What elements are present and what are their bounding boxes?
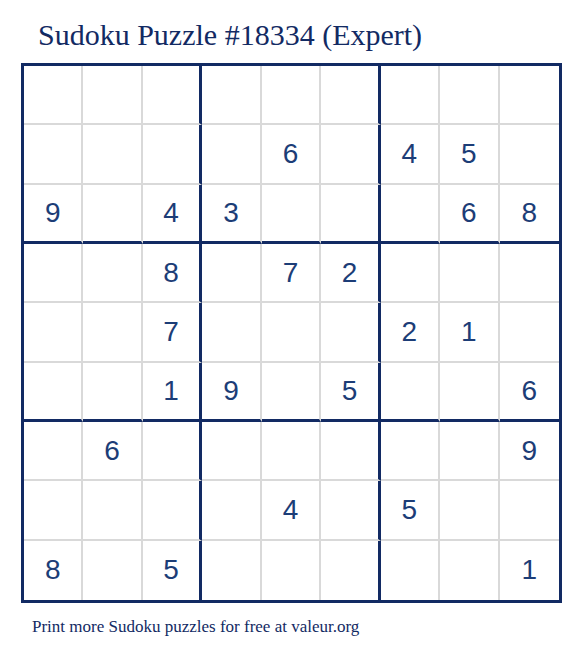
footer-text: Print more Sudoku puzzles for free at va… — [32, 617, 359, 637]
cell-r1c6 — [321, 66, 380, 125]
cell-r5c7: 2 — [381, 303, 440, 362]
cell-r1c5 — [262, 66, 321, 125]
cell-r3c3: 4 — [143, 185, 202, 244]
cell-r9c8 — [440, 541, 499, 600]
cell-r7c6 — [321, 422, 380, 481]
cell-r6c7 — [381, 363, 440, 422]
cell-r4c1 — [24, 244, 83, 303]
cell-r4c9 — [500, 244, 559, 303]
cell-r7c5 — [262, 422, 321, 481]
cell-r6c4: 9 — [202, 363, 261, 422]
cell-r2c2 — [83, 125, 142, 184]
cell-r3c8: 6 — [440, 185, 499, 244]
cell-r6c3: 1 — [143, 363, 202, 422]
sudoku-page: Sudoku Puzzle #18334 (Expert) 6459436887… — [0, 0, 580, 651]
cell-r1c4 — [202, 66, 261, 125]
cell-r1c2 — [83, 66, 142, 125]
cell-r5c1 — [24, 303, 83, 362]
cell-r2c4 — [202, 125, 261, 184]
cell-r3c9: 8 — [500, 185, 559, 244]
cell-r3c2 — [83, 185, 142, 244]
cell-r8c4 — [202, 481, 261, 540]
cell-r9c5 — [262, 541, 321, 600]
cell-r5c6 — [321, 303, 380, 362]
cell-r4c3: 8 — [143, 244, 202, 303]
cell-r9c2 — [83, 541, 142, 600]
cell-r6c1 — [24, 363, 83, 422]
cell-r5c2 — [83, 303, 142, 362]
cell-r9c7 — [381, 541, 440, 600]
cell-r7c9: 9 — [500, 422, 559, 481]
cell-r5c4 — [202, 303, 261, 362]
cell-r4c4 — [202, 244, 261, 303]
cell-r3c1: 9 — [24, 185, 83, 244]
cell-r7c4 — [202, 422, 261, 481]
cell-r4c2 — [83, 244, 142, 303]
cell-r4c8 — [440, 244, 499, 303]
cell-r1c3 — [143, 66, 202, 125]
sudoku-board: 6459436887272119566945851 — [21, 63, 562, 603]
cell-r1c1 — [24, 66, 83, 125]
cell-r7c7 — [381, 422, 440, 481]
cell-r4c6: 2 — [321, 244, 380, 303]
cell-r7c3 — [143, 422, 202, 481]
cell-r3c5 — [262, 185, 321, 244]
cell-r3c6 — [321, 185, 380, 244]
cell-r6c5 — [262, 363, 321, 422]
cell-r2c8: 5 — [440, 125, 499, 184]
cell-r7c2: 6 — [83, 422, 142, 481]
cell-r2c1 — [24, 125, 83, 184]
cell-r6c9: 6 — [500, 363, 559, 422]
cell-r3c7 — [381, 185, 440, 244]
cell-r8c6 — [321, 481, 380, 540]
cell-r6c2 — [83, 363, 142, 422]
cell-r8c2 — [83, 481, 142, 540]
cell-r9c3: 5 — [143, 541, 202, 600]
cell-r8c7: 5 — [381, 481, 440, 540]
cell-r3c4: 3 — [202, 185, 261, 244]
cell-r5c5 — [262, 303, 321, 362]
cell-r5c3: 7 — [143, 303, 202, 362]
cell-r8c8 — [440, 481, 499, 540]
cell-r8c3 — [143, 481, 202, 540]
cell-r9c1: 8 — [24, 541, 83, 600]
cell-r2c3 — [143, 125, 202, 184]
cell-r1c9 — [500, 66, 559, 125]
cell-r9c9: 1 — [500, 541, 559, 600]
cell-r5c8: 1 — [440, 303, 499, 362]
page-title: Sudoku Puzzle #18334 (Expert) — [38, 18, 422, 52]
cell-r2c5: 6 — [262, 125, 321, 184]
cell-r1c7 — [381, 66, 440, 125]
cell-r9c6 — [321, 541, 380, 600]
cell-r8c1 — [24, 481, 83, 540]
cell-r4c7 — [381, 244, 440, 303]
cell-r7c8 — [440, 422, 499, 481]
cell-r6c6: 5 — [321, 363, 380, 422]
cell-r1c8 — [440, 66, 499, 125]
cell-r9c4 — [202, 541, 261, 600]
cell-r5c9 — [500, 303, 559, 362]
cell-r8c9 — [500, 481, 559, 540]
cell-r6c8 — [440, 363, 499, 422]
cell-r8c5: 4 — [262, 481, 321, 540]
cell-r4c5: 7 — [262, 244, 321, 303]
cell-r2c7: 4 — [381, 125, 440, 184]
cell-r2c9 — [500, 125, 559, 184]
cell-r7c1 — [24, 422, 83, 481]
cell-r2c6 — [321, 125, 380, 184]
